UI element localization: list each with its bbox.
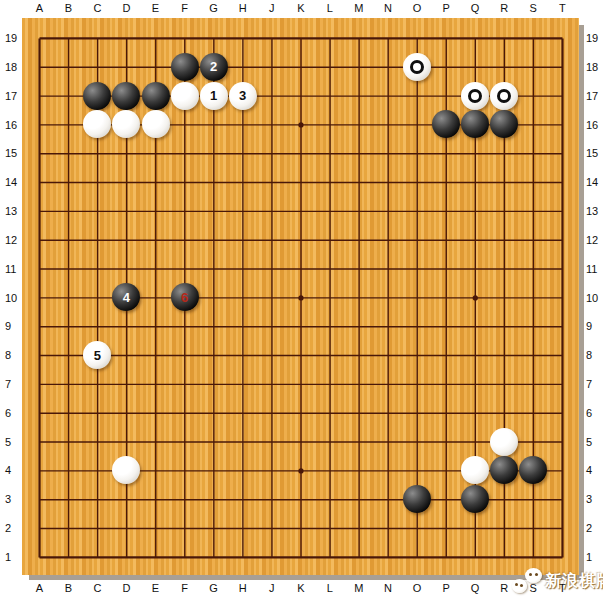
intersection-G11 — [199, 254, 228, 283]
intersection-K18 — [286, 52, 315, 81]
intersection-H16 — [228, 110, 257, 139]
col-label-bottom-G: G — [204, 581, 224, 595]
intersection-T9 — [548, 312, 577, 341]
intersection-J6 — [257, 398, 286, 427]
intersection-J10 — [257, 283, 286, 312]
intersection-P8 — [432, 341, 461, 370]
intersection-Q17 — [461, 81, 490, 110]
intersection-P13 — [432, 197, 461, 226]
intersection-Q16 — [461, 110, 490, 139]
intersection-E3 — [141, 485, 170, 514]
intersection-C6 — [83, 398, 112, 427]
move-number-4: 4 — [123, 291, 130, 304]
row-label-right-12: 12 — [586, 233, 603, 247]
intersection-D9 — [112, 312, 141, 341]
intersection-D7 — [112, 370, 141, 399]
intersection-R15 — [490, 139, 519, 168]
intersection-K19 — [286, 24, 315, 53]
intersection-D3 — [112, 485, 141, 514]
intersection-R12 — [490, 225, 519, 254]
intersection-S2 — [519, 514, 548, 543]
row-label-left-15: 15 — [5, 146, 29, 160]
intersection-T3 — [548, 485, 577, 514]
intersection-Q10 — [461, 283, 490, 312]
intersection-N15 — [373, 139, 402, 168]
intersection-A6 — [25, 398, 54, 427]
intersection-Q4 — [461, 456, 490, 485]
intersection-D12 — [112, 225, 141, 254]
row-label-left-6: 6 — [5, 406, 29, 420]
intersection-A14 — [25, 168, 54, 197]
intersection-H17: 3 — [228, 81, 257, 110]
move-number-6: 6 — [181, 291, 188, 304]
intersection-P11 — [432, 254, 461, 283]
intersection-O13 — [402, 197, 431, 226]
go-diagram-page: 213465 新浪棋牌 AABBCCDDEEFFGGHHJJKKLLMMNNOO… — [0, 0, 603, 597]
intersection-B6 — [54, 398, 83, 427]
intersection-K1 — [286, 543, 315, 572]
intersection-K15 — [286, 139, 315, 168]
intersection-F14 — [170, 168, 199, 197]
intersection-O7 — [402, 370, 431, 399]
intersection-A9 — [25, 312, 54, 341]
intersection-D16 — [112, 110, 141, 139]
intersection-G17: 1 — [199, 81, 228, 110]
row-label-left-9: 9 — [5, 319, 29, 333]
stone-white-Q4 — [461, 456, 489, 484]
stone-white-H17: 3 — [229, 82, 257, 110]
row-label-right-19: 19 — [586, 31, 603, 45]
intersection-N3 — [373, 485, 402, 514]
intersection-E8 — [141, 341, 170, 370]
intersection-T19 — [548, 24, 577, 53]
intersection-S13 — [519, 197, 548, 226]
intersection-C15 — [83, 139, 112, 168]
intersection-L12 — [315, 225, 344, 254]
move-number-3: 3 — [239, 89, 246, 102]
intersection-H5 — [228, 427, 257, 456]
intersection-G6 — [199, 398, 228, 427]
stone-black-O3 — [403, 485, 431, 513]
intersection-C2 — [83, 514, 112, 543]
intersection-F2 — [170, 514, 199, 543]
intersection-M15 — [344, 139, 373, 168]
intersection-A7 — [25, 370, 54, 399]
intersection-B18 — [54, 52, 83, 81]
col-label-bottom-L: L — [320, 581, 340, 595]
intersection-M8 — [344, 341, 373, 370]
intersection-R4 — [490, 456, 519, 485]
intersection-L18 — [315, 52, 344, 81]
intersection-K6 — [286, 398, 315, 427]
intersection-C10 — [83, 283, 112, 312]
intersection-O1 — [402, 543, 431, 572]
intersection-M3 — [344, 485, 373, 514]
stone-white-E16 — [142, 110, 170, 138]
intersection-N1 — [373, 543, 402, 572]
intersection-P6 — [432, 398, 461, 427]
intersection-J5 — [257, 427, 286, 456]
intersection-H10 — [228, 283, 257, 312]
intersection-D13 — [112, 197, 141, 226]
intersection-H6 — [228, 398, 257, 427]
intersection-M13 — [344, 197, 373, 226]
intersection-R17 — [490, 81, 519, 110]
intersection-N18 — [373, 52, 402, 81]
col-label-top-E: E — [146, 1, 166, 15]
intersection-H13 — [228, 197, 257, 226]
intersection-S8 — [519, 341, 548, 370]
intersection-R6 — [490, 398, 519, 427]
intersection-R7 — [490, 370, 519, 399]
stone-black-R16 — [490, 110, 518, 138]
stone-white-C8: 5 — [83, 341, 111, 369]
intersection-T15 — [548, 139, 577, 168]
intersection-N6 — [373, 398, 402, 427]
intersection-P15 — [432, 139, 461, 168]
row-label-left-16: 16 — [5, 118, 29, 132]
col-label-bottom-Q: Q — [465, 581, 485, 595]
intersection-O14 — [402, 168, 431, 197]
stone-white-C16 — [83, 110, 111, 138]
intersection-D4 — [112, 456, 141, 485]
intersection-E17 — [141, 81, 170, 110]
row-label-left-13: 13 — [5, 204, 29, 218]
stone-black-Q16 — [461, 110, 489, 138]
intersection-R13 — [490, 197, 519, 226]
intersection-O15 — [402, 139, 431, 168]
intersection-F12 — [170, 225, 199, 254]
intersection-D18 — [112, 52, 141, 81]
row-label-left-4: 4 — [5, 463, 29, 477]
intersection-J7 — [257, 370, 286, 399]
intersection-C9 — [83, 312, 112, 341]
intersection-O16 — [402, 110, 431, 139]
intersection-L3 — [315, 485, 344, 514]
row-label-right-16: 16 — [586, 118, 603, 132]
intersection-G2 — [199, 514, 228, 543]
intersection-O12 — [402, 225, 431, 254]
col-label-top-C: C — [87, 1, 107, 15]
intersection-A2 — [25, 514, 54, 543]
row-label-left-19: 19 — [5, 31, 29, 45]
intersection-J11 — [257, 254, 286, 283]
intersection-D6 — [112, 398, 141, 427]
stone-black-C17 — [83, 82, 111, 110]
intersection-D1 — [112, 543, 141, 572]
intersection-L2 — [315, 514, 344, 543]
intersection-K17 — [286, 81, 315, 110]
intersection-K11 — [286, 254, 315, 283]
intersection-T8 — [548, 341, 577, 370]
intersection-O11 — [402, 254, 431, 283]
intersection-E4 — [141, 456, 170, 485]
stone-white-Q17 — [461, 82, 489, 110]
intersection-B1 — [54, 543, 83, 572]
intersection-N10 — [373, 283, 402, 312]
intersection-T18 — [548, 52, 577, 81]
stone-black-D17 — [112, 82, 140, 110]
stone-white-R17 — [490, 82, 518, 110]
intersection-A5 — [25, 427, 54, 456]
intersection-L8 — [315, 341, 344, 370]
intersection-J16 — [257, 110, 286, 139]
col-label-top-F: F — [175, 1, 195, 15]
col-label-top-B: B — [58, 1, 78, 15]
intersection-O6 — [402, 398, 431, 427]
intersection-C1 — [83, 543, 112, 572]
intersection-T2 — [548, 514, 577, 543]
intersection-D8 — [112, 341, 141, 370]
col-label-bottom-S: S — [523, 581, 543, 595]
intersection-C11 — [83, 254, 112, 283]
intersection-Q19 — [461, 24, 490, 53]
intersection-L9 — [315, 312, 344, 341]
row-label-left-12: 12 — [5, 233, 29, 247]
intersection-B10 — [54, 283, 83, 312]
row-label-left-10: 10 — [5, 291, 29, 305]
intersection-C14 — [83, 168, 112, 197]
intersection-K3 — [286, 485, 315, 514]
intersection-F8 — [170, 341, 199, 370]
intersection-G13 — [199, 197, 228, 226]
intersection-L13 — [315, 197, 344, 226]
intersection-G12 — [199, 225, 228, 254]
intersection-K8 — [286, 341, 315, 370]
intersection-G10 — [199, 283, 228, 312]
row-label-left-2: 2 — [5, 521, 29, 535]
intersection-J18 — [257, 52, 286, 81]
intersection-Q6 — [461, 398, 490, 427]
row-label-left-17: 17 — [5, 89, 29, 103]
col-label-top-R: R — [494, 1, 514, 15]
intersection-R18 — [490, 52, 519, 81]
intersection-F18 — [170, 52, 199, 81]
intersection-Q12 — [461, 225, 490, 254]
intersection-H11 — [228, 254, 257, 283]
intersection-F3 — [170, 485, 199, 514]
board-grid: 213465 — [25, 24, 577, 572]
row-label-left-18: 18 — [5, 60, 29, 74]
move-number-2: 2 — [210, 60, 217, 73]
intersection-K14 — [286, 168, 315, 197]
intersection-B19 — [54, 24, 83, 53]
intersection-A4 — [25, 456, 54, 485]
intersection-D14 — [112, 168, 141, 197]
col-label-top-T: T — [552, 1, 572, 15]
intersection-D17 — [112, 81, 141, 110]
intersection-B2 — [54, 514, 83, 543]
col-label-top-J: J — [262, 1, 282, 15]
col-label-top-S: S — [523, 1, 543, 15]
row-label-right-18: 18 — [586, 60, 603, 74]
intersection-B7 — [54, 370, 83, 399]
row-label-left-14: 14 — [5, 175, 29, 189]
intersection-J17 — [257, 81, 286, 110]
intersection-L4 — [315, 456, 344, 485]
intersection-O4 — [402, 456, 431, 485]
intersection-S9 — [519, 312, 548, 341]
intersection-S17 — [519, 81, 548, 110]
intersection-S14 — [519, 168, 548, 197]
intersection-B8 — [54, 341, 83, 370]
intersection-M16 — [344, 110, 373, 139]
intersection-N8 — [373, 341, 402, 370]
col-label-top-L: L — [320, 1, 340, 15]
intersection-L16 — [315, 110, 344, 139]
intersection-J12 — [257, 225, 286, 254]
intersection-F16 — [170, 110, 199, 139]
col-label-bottom-N: N — [378, 581, 398, 595]
intersection-D2 — [112, 514, 141, 543]
intersection-L11 — [315, 254, 344, 283]
intersection-T14 — [548, 168, 577, 197]
intersection-C13 — [83, 197, 112, 226]
col-label-bottom-D: D — [116, 581, 136, 595]
intersection-J13 — [257, 197, 286, 226]
intersection-M6 — [344, 398, 373, 427]
row-label-right-15: 15 — [586, 146, 603, 160]
intersection-K9 — [286, 312, 315, 341]
intersection-S4 — [519, 456, 548, 485]
row-label-left-8: 8 — [5, 348, 29, 362]
intersection-F17 — [170, 81, 199, 110]
intersection-M12 — [344, 225, 373, 254]
intersection-G15 — [199, 139, 228, 168]
intersection-T6 — [548, 398, 577, 427]
intersection-Q13 — [461, 197, 490, 226]
intersection-A12 — [25, 225, 54, 254]
intersection-F9 — [170, 312, 199, 341]
intersection-P7 — [432, 370, 461, 399]
intersection-B13 — [54, 197, 83, 226]
intersection-A11 — [25, 254, 54, 283]
stone-white-G17: 1 — [200, 82, 228, 110]
intersection-Q11 — [461, 254, 490, 283]
intersection-C16 — [83, 110, 112, 139]
col-label-bottom-H: H — [233, 581, 253, 595]
intersection-F15 — [170, 139, 199, 168]
intersection-R14 — [490, 168, 519, 197]
intersection-L15 — [315, 139, 344, 168]
intersection-P3 — [432, 485, 461, 514]
row-label-right-7: 7 — [586, 377, 603, 391]
row-label-right-13: 13 — [586, 204, 603, 218]
intersection-C5 — [83, 427, 112, 456]
intersection-B11 — [54, 254, 83, 283]
intersection-Q3 — [461, 485, 490, 514]
stone-black-P16 — [432, 110, 460, 138]
intersection-N14 — [373, 168, 402, 197]
intersection-Q18 — [461, 52, 490, 81]
intersection-H3 — [228, 485, 257, 514]
intersection-A16 — [25, 110, 54, 139]
move-number-1: 1 — [210, 89, 217, 102]
intersection-N13 — [373, 197, 402, 226]
circle-marker — [468, 89, 482, 103]
intersection-K7 — [286, 370, 315, 399]
intersection-G7 — [199, 370, 228, 399]
intersection-D5 — [112, 427, 141, 456]
row-label-right-9: 9 — [586, 319, 603, 333]
intersection-Q8 — [461, 341, 490, 370]
row-label-left-7: 7 — [5, 377, 29, 391]
intersection-S6 — [519, 398, 548, 427]
intersection-A8 — [25, 341, 54, 370]
intersection-C7 — [83, 370, 112, 399]
intersection-S11 — [519, 254, 548, 283]
intersection-A10 — [25, 283, 54, 312]
intersection-F7 — [170, 370, 199, 399]
intersection-H4 — [228, 456, 257, 485]
intersection-M18 — [344, 52, 373, 81]
intersection-K13 — [286, 197, 315, 226]
intersection-R3 — [490, 485, 519, 514]
col-label-bottom-K: K — [291, 581, 311, 595]
intersection-N19 — [373, 24, 402, 53]
intersection-F19 — [170, 24, 199, 53]
intersection-O8 — [402, 341, 431, 370]
intersection-J1 — [257, 543, 286, 572]
intersection-E7 — [141, 370, 170, 399]
intersection-S7 — [519, 370, 548, 399]
col-label-top-Q: Q — [465, 1, 485, 15]
stone-black-F10: 6 — [171, 283, 199, 311]
col-label-top-K: K — [291, 1, 311, 15]
intersection-O10 — [402, 283, 431, 312]
intersection-P14 — [432, 168, 461, 197]
intersection-O18 — [402, 52, 431, 81]
intersection-F10: 6 — [170, 283, 199, 312]
intersection-O3 — [402, 485, 431, 514]
intersection-G9 — [199, 312, 228, 341]
intersection-H19 — [228, 24, 257, 53]
intersection-T16 — [548, 110, 577, 139]
intersection-M9 — [344, 312, 373, 341]
intersection-O2 — [402, 514, 431, 543]
intersection-M10 — [344, 283, 373, 312]
intersection-N7 — [373, 370, 402, 399]
intersection-L1 — [315, 543, 344, 572]
intersection-G19 — [199, 24, 228, 53]
intersection-D10: 4 — [112, 283, 141, 312]
intersection-B9 — [54, 312, 83, 341]
intersection-C8: 5 — [83, 341, 112, 370]
intersection-P5 — [432, 427, 461, 456]
intersection-D19 — [112, 24, 141, 53]
stone-white-D4 — [112, 456, 140, 484]
intersection-K5 — [286, 427, 315, 456]
intersection-E13 — [141, 197, 170, 226]
stone-white-R5 — [490, 428, 518, 456]
intersection-P16 — [432, 110, 461, 139]
intersection-N4 — [373, 456, 402, 485]
intersection-A1 — [25, 543, 54, 572]
intersection-M1 — [344, 543, 373, 572]
intersection-M2 — [344, 514, 373, 543]
row-label-right-5: 5 — [586, 435, 603, 449]
col-label-bottom-J: J — [262, 581, 282, 595]
intersection-J3 — [257, 485, 286, 514]
intersection-G4 — [199, 456, 228, 485]
intersection-E9 — [141, 312, 170, 341]
intersection-H8 — [228, 341, 257, 370]
intersection-Q2 — [461, 514, 490, 543]
col-label-bottom-E: E — [146, 581, 166, 595]
intersection-Q14 — [461, 168, 490, 197]
intersection-M7 — [344, 370, 373, 399]
intersection-G8 — [199, 341, 228, 370]
